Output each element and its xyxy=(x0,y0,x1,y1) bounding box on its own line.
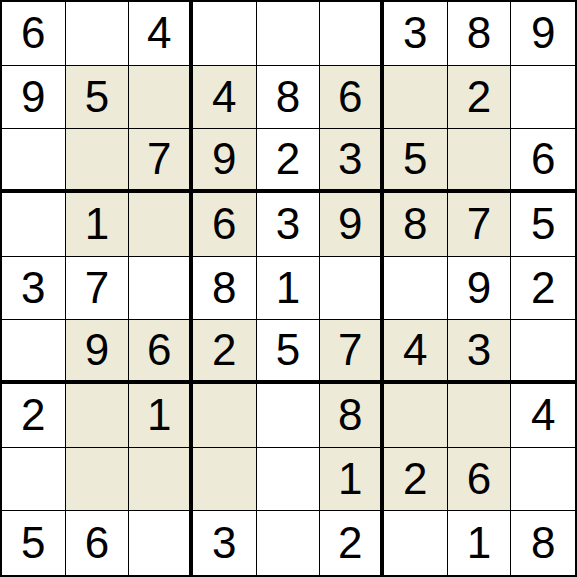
cell-r2c1[interactable]: 9 xyxy=(2,66,66,130)
cell-r9c5[interactable] xyxy=(257,511,321,575)
cell-r8c2[interactable] xyxy=(66,448,130,512)
cell-r8c5[interactable] xyxy=(257,448,321,512)
cell-r5c4[interactable]: 8 xyxy=(193,257,257,321)
cell-r7c2[interactable] xyxy=(66,384,130,448)
cell-r3c4[interactable]: 9 xyxy=(193,129,257,193)
cell-r9c8[interactable]: 1 xyxy=(448,511,512,575)
cell-r9c6[interactable]: 2 xyxy=(320,511,384,575)
cell-r9c3[interactable] xyxy=(129,511,193,575)
cell-r2c6[interactable]: 6 xyxy=(320,66,384,130)
cell-r7c6[interactable]: 8 xyxy=(320,384,384,448)
cell-r6c7[interactable]: 4 xyxy=(384,320,448,384)
cell-r7c3[interactable]: 1 xyxy=(129,384,193,448)
cell-r8c1[interactable] xyxy=(2,448,66,512)
cell-r6c6[interactable]: 7 xyxy=(320,320,384,384)
cell-r9c2[interactable]: 6 xyxy=(66,511,130,575)
cell-r9c9[interactable]: 8 xyxy=(511,511,575,575)
cell-r1c1[interactable]: 6 xyxy=(2,2,66,66)
cell-r2c7[interactable] xyxy=(384,66,448,130)
cell-r1c7[interactable]: 3 xyxy=(384,2,448,66)
cell-r3c1[interactable] xyxy=(2,129,66,193)
cell-r9c1[interactable]: 5 xyxy=(2,511,66,575)
cell-r1c6[interactable] xyxy=(320,2,384,66)
cell-r2c3[interactable] xyxy=(129,66,193,130)
cell-r1c5[interactable] xyxy=(257,2,321,66)
cell-r5c6[interactable] xyxy=(320,257,384,321)
cell-r6c1[interactable] xyxy=(2,320,66,384)
cell-r6c8[interactable]: 3 xyxy=(448,320,512,384)
cell-r6c5[interactable]: 5 xyxy=(257,320,321,384)
cell-r1c9[interactable]: 9 xyxy=(511,2,575,66)
cell-r7c5[interactable] xyxy=(257,384,321,448)
cell-r2c9[interactable] xyxy=(511,66,575,130)
cell-r8c4[interactable] xyxy=(193,448,257,512)
cell-r1c8[interactable]: 8 xyxy=(448,2,512,66)
cell-r6c4[interactable]: 2 xyxy=(193,320,257,384)
cell-r9c4[interactable]: 3 xyxy=(193,511,257,575)
cell-r3c9[interactable]: 6 xyxy=(511,129,575,193)
cell-r3c7[interactable]: 5 xyxy=(384,129,448,193)
cell-r4c7[interactable]: 8 xyxy=(384,193,448,257)
cell-r3c8[interactable] xyxy=(448,129,512,193)
sudoku-board: 6438995486279235616398753781929625743218… xyxy=(0,0,577,577)
cell-r9c7[interactable] xyxy=(384,511,448,575)
cell-r4c8[interactable]: 7 xyxy=(448,193,512,257)
cell-r4c9[interactable]: 5 xyxy=(511,193,575,257)
cell-r3c3[interactable]: 7 xyxy=(129,129,193,193)
cell-r5c7[interactable] xyxy=(384,257,448,321)
cell-r3c5[interactable]: 2 xyxy=(257,129,321,193)
cell-r2c4[interactable]: 4 xyxy=(193,66,257,130)
cell-r1c2[interactable] xyxy=(66,2,130,66)
cell-r5c2[interactable]: 7 xyxy=(66,257,130,321)
cell-r5c8[interactable]: 9 xyxy=(448,257,512,321)
cell-r3c6[interactable]: 3 xyxy=(320,129,384,193)
cell-r5c5[interactable]: 1 xyxy=(257,257,321,321)
cell-r8c6[interactable]: 1 xyxy=(320,448,384,512)
cell-r4c6[interactable]: 9 xyxy=(320,193,384,257)
cell-r7c4[interactable] xyxy=(193,384,257,448)
cell-r6c3[interactable]: 6 xyxy=(129,320,193,384)
cell-r2c2[interactable]: 5 xyxy=(66,66,130,130)
cell-r4c4[interactable]: 6 xyxy=(193,193,257,257)
cell-r8c8[interactable]: 6 xyxy=(448,448,512,512)
cell-r3c2[interactable] xyxy=(66,129,130,193)
cell-r7c7[interactable] xyxy=(384,384,448,448)
cell-r4c2[interactable]: 1 xyxy=(66,193,130,257)
cell-r7c1[interactable]: 2 xyxy=(2,384,66,448)
cell-r6c9[interactable] xyxy=(511,320,575,384)
cell-r5c3[interactable] xyxy=(129,257,193,321)
cell-r7c8[interactable] xyxy=(448,384,512,448)
cell-r4c1[interactable] xyxy=(2,193,66,257)
cell-r1c3[interactable]: 4 xyxy=(129,2,193,66)
cell-r8c3[interactable] xyxy=(129,448,193,512)
cell-r8c9[interactable] xyxy=(511,448,575,512)
cell-r4c5[interactable]: 3 xyxy=(257,193,321,257)
cell-r5c9[interactable]: 2 xyxy=(511,257,575,321)
cell-r2c5[interactable]: 8 xyxy=(257,66,321,130)
cell-r7c9[interactable]: 4 xyxy=(511,384,575,448)
cell-r6c2[interactable]: 9 xyxy=(66,320,130,384)
cell-r4c3[interactable] xyxy=(129,193,193,257)
cell-r5c1[interactable]: 3 xyxy=(2,257,66,321)
cell-r2c8[interactable]: 2 xyxy=(448,66,512,130)
cell-r1c4[interactable] xyxy=(193,2,257,66)
cell-r8c7[interactable]: 2 xyxy=(384,448,448,512)
